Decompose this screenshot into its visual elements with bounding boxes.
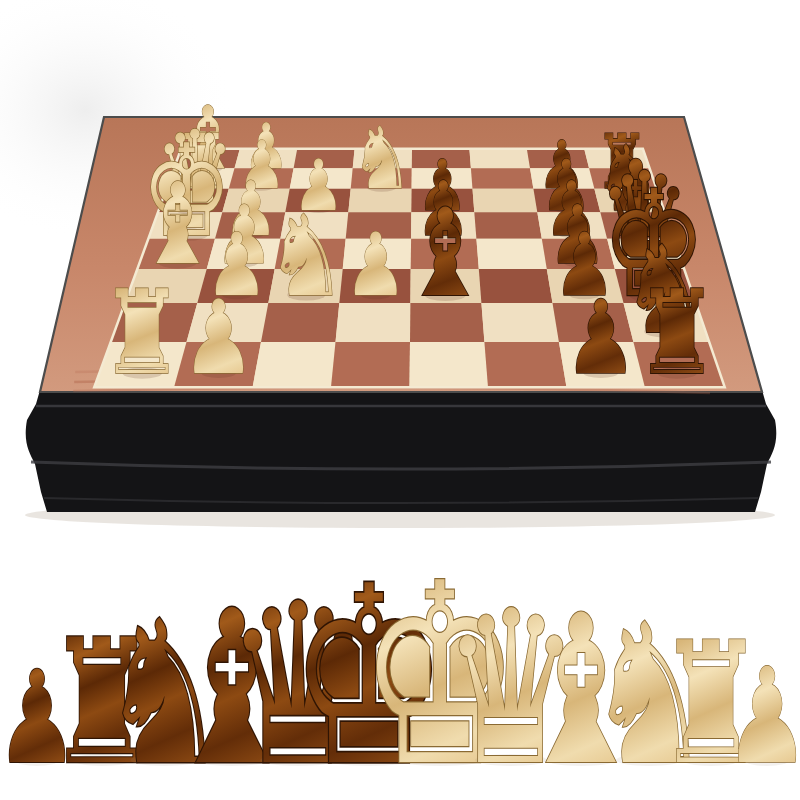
board-square: [470, 150, 531, 168]
board-piece-light-pawn: ♟: [182, 278, 255, 397]
board-piece-dark-rook: ♜: [636, 265, 719, 401]
board-piece-dark-pawn: ♟: [564, 278, 637, 397]
board-square: [410, 342, 488, 386]
board-square: [481, 303, 559, 342]
lineup-piece-light-pawn: ♟: [724, 639, 800, 793]
board-square: [479, 269, 553, 303]
board-square: [253, 342, 336, 386]
chess-scene: ♝♟♜♟♞♟♜♛♟♟♟♞♚♟♟♟♝♝♟♟♛♟♞♟♝♟♚♞♜♟♟♜♟♜♞♝♛♚♚♛…: [0, 0, 800, 800]
board-piece-dark-bishop: ♝: [402, 182, 489, 323]
board-piece-light-pawn: ♟: [345, 214, 407, 316]
board-square: [484, 342, 566, 386]
board-plinth: [26, 390, 777, 512]
board-piece-light-rook: ♜: [101, 265, 184, 401]
board-square: [331, 342, 410, 386]
product-photo-canvas: ♝♟♜♟♞♟♜♛♟♟♟♞♚♟♟♟♝♝♟♟♛♟♞♟♝♟♚♞♜♟♟♜♟♜♞♝♛♚♚♛…: [0, 0, 800, 800]
board-piece-light-knight: ♞: [266, 191, 346, 321]
